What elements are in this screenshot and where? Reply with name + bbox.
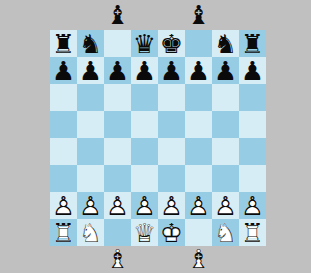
square-h6[interactable] (239, 84, 266, 111)
black-queen: ♛ (131, 30, 158, 57)
square-d7[interactable]: ♟ (131, 57, 158, 84)
black-knight: ♞ (212, 30, 239, 57)
square-c1[interactable] (104, 219, 131, 246)
square-f4[interactable] (185, 138, 212, 165)
white-pawn: ♟♙ (212, 192, 239, 219)
square-f8[interactable] (185, 30, 212, 57)
chess-board: ♜♞♛♚♞♜♟♟♟♟♟♟♟♟♟♙♟♙♟♙♟♙♟♙♟♙♟♙♟♙♜♖♞♘♛♕♚♔♞♘… (50, 30, 266, 246)
square-h4[interactable] (239, 138, 266, 165)
piece-glyph: ♜ (239, 30, 266, 57)
black-pawn: ♟ (131, 57, 158, 84)
square-d5[interactable] (131, 111, 158, 138)
black-king: ♚ (158, 30, 185, 57)
tray-piece-white-bishop[interactable]: ♝♗ (104, 245, 131, 273)
white-king: ♚♔ (158, 219, 185, 246)
white-pawn: ♟♙ (239, 192, 266, 219)
square-e3[interactable] (158, 165, 185, 192)
tray-piece-white-bishop[interactable]: ♝♗ (185, 245, 212, 273)
square-f6[interactable] (185, 84, 212, 111)
square-c8[interactable] (104, 30, 131, 57)
piece-glyph: ♜ (50, 30, 77, 57)
piece-outline: ♙ (131, 192, 158, 219)
piece-glyph: ♟ (104, 57, 131, 84)
white-pawn: ♟♙ (158, 192, 185, 219)
black-bishop: ♝ (185, 1, 212, 29)
piece-outline: ♙ (158, 192, 185, 219)
square-h5[interactable] (239, 111, 266, 138)
square-b1[interactable]: ♞♘ (77, 219, 104, 246)
piece-glyph: ♟ (158, 57, 185, 84)
piece-outline: ♗ (104, 245, 131, 273)
tray-piece-black-bishop[interactable]: ♝ (185, 1, 212, 29)
piece-glyph: ♞ (212, 30, 239, 57)
black-rook: ♜ (50, 30, 77, 57)
square-c3[interactable] (104, 165, 131, 192)
piece-glyph: ♟ (239, 57, 266, 84)
square-f7[interactable]: ♟ (185, 57, 212, 84)
square-d1[interactable]: ♛♕ (131, 219, 158, 246)
piece-outline: ♙ (185, 192, 212, 219)
piece-outline: ♙ (239, 192, 266, 219)
white-bishop: ♝♗ (185, 245, 212, 273)
square-f5[interactable] (185, 111, 212, 138)
black-pawn: ♟ (77, 57, 104, 84)
piece-glyph: ♟ (212, 57, 239, 84)
white-knight: ♞♘ (77, 219, 104, 246)
piece-glyph: ♟ (77, 57, 104, 84)
piece-outline: ♗ (185, 245, 212, 273)
piece-outline: ♔ (158, 219, 185, 246)
square-b4[interactable] (77, 138, 104, 165)
square-a2[interactable]: ♟♙ (50, 192, 77, 219)
square-e4[interactable] (158, 138, 185, 165)
square-e6[interactable] (158, 84, 185, 111)
square-e8[interactable]: ♚ (158, 30, 185, 57)
square-d3[interactable] (131, 165, 158, 192)
square-e1[interactable]: ♚♔ (158, 219, 185, 246)
square-d2[interactable]: ♟♙ (131, 192, 158, 219)
black-pawn: ♟ (212, 57, 239, 84)
piece-glyph: ♝ (104, 1, 131, 29)
piece-glyph: ♚ (158, 30, 185, 57)
square-g7[interactable]: ♟ (212, 57, 239, 84)
black-pawn: ♟ (239, 57, 266, 84)
black-rook: ♜ (239, 30, 266, 57)
square-d8[interactable]: ♛ (131, 30, 158, 57)
tray-piece-black-bishop[interactable]: ♝ (104, 1, 131, 29)
white-pawn: ♟♙ (185, 192, 212, 219)
black-pawn: ♟ (104, 57, 131, 84)
black-pawn: ♟ (158, 57, 185, 84)
square-g1[interactable]: ♞♘ (212, 219, 239, 246)
piece-outline: ♙ (212, 192, 239, 219)
square-c5[interactable] (104, 111, 131, 138)
chess-app-window: ♝♝ ♜♞♛♚♞♜♟♟♟♟♟♟♟♟♟♙♟♙♟♙♟♙♟♙♟♙♟♙♟♙♜♖♞♘♛♕♚… (0, 0, 311, 273)
square-e2[interactable]: ♟♙ (158, 192, 185, 219)
piece-outline: ♘ (212, 219, 239, 246)
piece-outline: ♙ (77, 192, 104, 219)
black-knight: ♞ (77, 30, 104, 57)
square-b6[interactable] (77, 84, 104, 111)
square-d4[interactable] (131, 138, 158, 165)
square-g6[interactable] (212, 84, 239, 111)
square-h3[interactable] (239, 165, 266, 192)
square-g8[interactable]: ♞ (212, 30, 239, 57)
square-e7[interactable]: ♟ (158, 57, 185, 84)
square-b8[interactable]: ♞ (77, 30, 104, 57)
piece-glyph: ♝ (185, 1, 212, 29)
white-pawn: ♟♙ (50, 192, 77, 219)
piece-glyph: ♟ (131, 57, 158, 84)
square-b5[interactable] (77, 111, 104, 138)
white-pawn: ♟♙ (131, 192, 158, 219)
square-h1[interactable]: ♜♖ (239, 219, 266, 246)
square-g4[interactable] (212, 138, 239, 165)
square-h8[interactable]: ♜ (239, 30, 266, 57)
white-rook: ♜♖ (239, 219, 266, 246)
piece-outline: ♙ (104, 192, 131, 219)
white-pawn: ♟♙ (104, 192, 131, 219)
white-knight: ♞♘ (212, 219, 239, 246)
white-bishop: ♝♗ (104, 245, 131, 273)
piece-glyph: ♛ (131, 30, 158, 57)
piece-outline: ♖ (50, 219, 77, 246)
square-a8[interactable]: ♜ (50, 30, 77, 57)
white-pawn: ♟♙ (77, 192, 104, 219)
square-a6[interactable] (50, 84, 77, 111)
piece-outline: ♙ (50, 192, 77, 219)
square-h2[interactable]: ♟♙ (239, 192, 266, 219)
piece-outline: ♖ (239, 219, 266, 246)
piece-glyph: ♟ (185, 57, 212, 84)
black-pawn: ♟ (50, 57, 77, 84)
square-b7[interactable]: ♟ (77, 57, 104, 84)
square-d6[interactable] (131, 84, 158, 111)
square-a4[interactable] (50, 138, 77, 165)
square-b2[interactable]: ♟♙ (77, 192, 104, 219)
square-f1[interactable] (185, 219, 212, 246)
white-rook: ♜♖ (50, 219, 77, 246)
square-a7[interactable]: ♟ (50, 57, 77, 84)
square-c2[interactable]: ♟♙ (104, 192, 131, 219)
square-a3[interactable] (50, 165, 77, 192)
black-bishop: ♝ (104, 1, 131, 29)
square-c7[interactable]: ♟ (104, 57, 131, 84)
square-b3[interactable] (77, 165, 104, 192)
square-g5[interactable] (212, 111, 239, 138)
square-g3[interactable] (212, 165, 239, 192)
square-c4[interactable] (104, 138, 131, 165)
piece-glyph: ♟ (50, 57, 77, 84)
piece-outline: ♘ (77, 219, 104, 246)
square-h7[interactable]: ♟ (239, 57, 266, 84)
white-queen: ♛♕ (131, 219, 158, 246)
square-f2[interactable]: ♟♙ (185, 192, 212, 219)
square-e5[interactable] (158, 111, 185, 138)
square-c6[interactable] (104, 84, 131, 111)
square-f3[interactable] (185, 165, 212, 192)
square-g2[interactable]: ♟♙ (212, 192, 239, 219)
piece-glyph: ♞ (77, 30, 104, 57)
square-a5[interactable] (50, 111, 77, 138)
black-pawn: ♟ (185, 57, 212, 84)
square-a1[interactable]: ♜♖ (50, 219, 77, 246)
piece-outline: ♕ (131, 219, 158, 246)
